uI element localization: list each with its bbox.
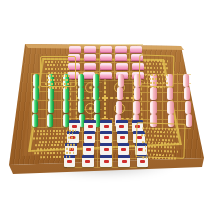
tile-west-r3c4[interactable]: [78, 100, 84, 113]
red-face-mark: [104, 125, 109, 128]
tile-north-r1c4[interactable]: [115, 46, 127, 53]
tile-west-r3c5[interactable]: [94, 100, 100, 113]
board-photo: Four-player wooden tile board game (Ludo…: [0, 0, 210, 210]
tile-north-r4c3[interactable]: [100, 72, 112, 79]
engraved-text-row: [142, 127, 179, 130]
center-court: [76, 77, 135, 119]
tile-east-r3c1[interactable]: [116, 101, 123, 114]
tile-south-r3c2[interactable]: [83, 143, 95, 155]
engraved-text-row: [49, 87, 67, 89]
tile-west-r1c5[interactable]: [93, 74, 99, 87]
tile-west-r2c1[interactable]: [33, 87, 39, 100]
tile-south-r2c4[interactable]: [117, 131, 129, 143]
engraved-text-row: [142, 142, 178, 145]
tile-west-r2c5[interactable]: [93, 87, 99, 100]
red-face-mark: [88, 125, 93, 128]
tile-west-r2c3[interactable]: [63, 87, 69, 100]
engraved-text-row: [146, 153, 173, 156]
tile-north-r1c5[interactable]: [130, 46, 142, 53]
tile-west-r2c2[interactable]: [48, 87, 54, 100]
engraved-text-row: [144, 81, 169, 84]
tile-south-r1c2[interactable]: [84, 120, 96, 132]
tile-west-r4c2[interactable]: [47, 114, 53, 127]
tile-north-r2c2[interactable]: [84, 54, 96, 61]
engraved-text-row: [146, 63, 168, 66]
engraved-text-row: [47, 64, 69, 66]
engraved-text-row: [147, 71, 166, 73]
tile-east-r1c1[interactable]: [118, 74, 125, 87]
tile-north-r2c4[interactable]: [115, 54, 127, 61]
engraved-text-row: [141, 149, 179, 152]
tile-east-r3c2[interactable]: [133, 101, 140, 114]
engraved-text-row: [144, 131, 177, 134]
tile-west-r1c1[interactable]: [33, 74, 39, 87]
tile-west-r3c2[interactable]: [48, 100, 54, 113]
engraved-text-row: [39, 140, 71, 143]
tile-east-r3c4[interactable]: [167, 101, 174, 114]
engraved-text-row: [36, 133, 73, 136]
tile-south-r4c2[interactable]: [82, 155, 94, 167]
tile-south-r3c3[interactable]: [100, 143, 112, 155]
red-face-mark: [87, 136, 92, 139]
red-face-mark: [140, 160, 145, 163]
engraved-text-row: [145, 59, 169, 62]
tile-south-r2c2[interactable]: [84, 131, 96, 143]
red-face-mark: [85, 160, 90, 163]
red-face-mark: [86, 148, 91, 151]
tile-south-r3c4[interactable]: [118, 143, 130, 155]
tile-south-r1c4[interactable]: [116, 120, 128, 132]
tile-east-r2c2[interactable]: [134, 87, 141, 100]
tile-north-r2c3[interactable]: [100, 54, 112, 61]
engraved-text-row: [146, 78, 167, 81]
engraved-text-row: [45, 83, 71, 85]
engraved-text-row: [144, 74, 168, 77]
tile-east-r3c3[interactable]: [150, 101, 157, 114]
tile-north-r3c4[interactable]: [116, 63, 128, 70]
tile-west-r3c3[interactable]: [63, 100, 69, 113]
engraved-text-row: [141, 134, 180, 137]
tile-south-r4c4[interactable]: [118, 155, 130, 167]
red-face-mark: [104, 136, 109, 139]
engraved-text-row: [46, 75, 71, 77]
engraved-text-row: [45, 61, 70, 63]
tile-north-r1c1[interactable]: [69, 46, 81, 53]
red-face-mark: [121, 148, 126, 151]
red-face-mark: [119, 125, 124, 128]
engraved-text-row: [144, 146, 176, 149]
tile-north-r1c3[interactable]: [100, 46, 112, 53]
tile-north-r1c2[interactable]: [84, 46, 96, 53]
tile-west-r3c1[interactable]: [32, 100, 38, 113]
engraved-text-row: [35, 144, 75, 147]
engraved-text-row: [34, 129, 75, 132]
rules-panel-bottom-left: [29, 126, 82, 158]
red-face-mark: [67, 160, 72, 163]
engraved-text-row: [144, 67, 170, 70]
engraved-text-row: [47, 79, 69, 81]
engraved-text-row: [37, 148, 73, 151]
tile-south-r4c3[interactable]: [100, 155, 112, 167]
tile-west-r1c4[interactable]: [78, 74, 84, 87]
engraved-text-row: [34, 151, 76, 154]
rules-panel-top-right: [139, 55, 175, 88]
rules-panel-bottom-right: [135, 122, 185, 159]
tile-north-r3c2[interactable]: [84, 63, 96, 70]
tile-north-r3c3[interactable]: [100, 63, 112, 70]
red-face-mark: [104, 160, 109, 163]
red-face-mark: [122, 160, 127, 163]
tile-east-r4c5[interactable]: [186, 114, 193, 127]
tile-east-r2c3[interactable]: [150, 87, 157, 100]
tile-east-r3c5[interactable]: [185, 101, 192, 114]
tile-east-r1c5[interactable]: [183, 74, 190, 87]
tile-south-r2c3[interactable]: [100, 131, 112, 143]
engraved-text-row: [48, 72, 68, 74]
tile-east-r2c1[interactable]: [117, 87, 124, 100]
red-face-mark: [120, 136, 125, 139]
engraved-text-row: [146, 138, 175, 141]
tile-east-r2c4[interactable]: [167, 87, 174, 100]
rules-panel-top-left: [40, 56, 76, 87]
red-face-mark: [104, 148, 109, 151]
tile-east-r2c5[interactable]: [184, 87, 191, 100]
engraved-text-row: [45, 68, 72, 70]
engraved-text-row: [33, 137, 77, 140]
tile-west-r4c1[interactable]: [32, 114, 38, 127]
tile-south-r1c3[interactable]: [100, 120, 112, 132]
engraved-text-row: [147, 85, 165, 87]
tile-west-r2c4[interactable]: [78, 87, 84, 100]
